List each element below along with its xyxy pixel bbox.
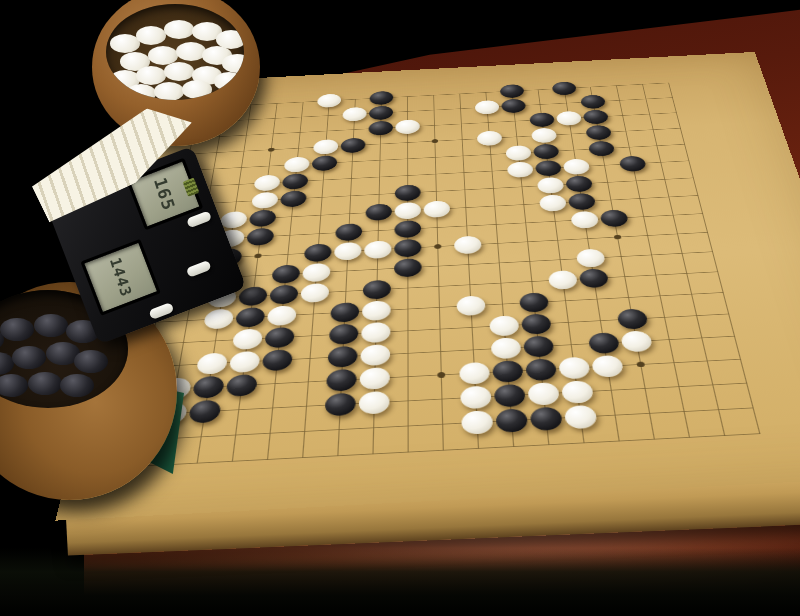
stone-black[interactable] [523, 336, 555, 358]
stone-black[interactable] [529, 112, 555, 127]
bowl-stone-white [154, 82, 184, 100]
stone-white[interactable] [454, 236, 482, 255]
stone-white[interactable] [570, 211, 599, 229]
stone-white[interactable] [563, 159, 591, 176]
bowl-stone-white [126, 84, 156, 100]
stone-black[interactable] [588, 141, 616, 157]
stone-black[interactable] [579, 268, 610, 288]
clock-button[interactable] [186, 260, 212, 278]
stone-white[interactable] [548, 270, 578, 290]
bowl-stone-white [164, 20, 194, 39]
stone-white[interactable] [460, 386, 492, 410]
stone-black[interactable] [327, 346, 357, 368]
stone-black[interactable] [395, 184, 421, 201]
stone-white[interactable] [359, 367, 389, 390]
grid-line [433, 95, 444, 451]
stone-white[interactable] [334, 242, 362, 261]
stone-white[interactable] [300, 283, 329, 303]
stone-black[interactable] [616, 308, 648, 329]
stone-black[interactable] [552, 81, 578, 95]
bowl-stone-white [176, 42, 206, 61]
stone-black[interactable] [225, 374, 258, 397]
stone-white[interactable] [424, 200, 451, 218]
clock-button[interactable] [148, 302, 174, 320]
stone-white[interactable] [561, 380, 594, 404]
stone-black[interactable] [582, 109, 609, 124]
stone-black[interactable] [368, 121, 393, 136]
star-point [432, 139, 438, 143]
stone-black[interactable] [324, 393, 356, 417]
bowl-stone-white [214, 72, 244, 91]
star-point [614, 235, 622, 240]
stone-white[interactable] [395, 119, 419, 134]
stone-white[interactable] [537, 177, 565, 194]
bowl-stone-black [0, 318, 34, 341]
bowl-stone-black [12, 346, 46, 369]
stone-black[interactable] [580, 94, 606, 109]
stone-black[interactable] [262, 349, 293, 371]
stone-white[interactable] [576, 249, 606, 268]
stone-black[interactable] [535, 160, 562, 177]
stone-black[interactable] [192, 376, 225, 399]
stone-black[interactable] [568, 193, 597, 211]
stone-white[interactable] [489, 315, 519, 336]
stone-black[interactable] [304, 243, 332, 262]
stone-black[interactable] [280, 190, 307, 207]
stone-black[interactable] [394, 258, 422, 277]
stone-white[interactable] [527, 382, 560, 406]
stone-white[interactable] [620, 330, 653, 352]
stone-white[interactable] [507, 161, 534, 178]
bowl-stone-white [182, 80, 212, 99]
stone-black[interactable] [533, 144, 560, 160]
bowl-stone-white [136, 26, 166, 45]
stone-black[interactable] [588, 332, 621, 354]
stone-white[interactable] [556, 111, 582, 126]
bowl-stone-black [60, 374, 94, 397]
clock-time-top: 165 [150, 175, 179, 213]
stone-black[interactable] [369, 105, 393, 120]
stone-black[interactable] [311, 155, 337, 171]
stone-white[interactable] [302, 263, 331, 282]
stone-black[interactable] [494, 384, 526, 408]
stone-white[interactable] [591, 355, 624, 378]
stone-white[interactable] [229, 351, 261, 373]
stone-white[interactable] [362, 300, 391, 321]
bowl-stone-black [34, 314, 68, 337]
stone-white[interactable] [253, 175, 280, 192]
stone-black[interactable] [501, 99, 526, 114]
stone-white[interactable] [361, 322, 390, 343]
stone-white[interactable] [564, 405, 598, 430]
stone-white[interactable] [491, 337, 522, 359]
stone-black[interactable] [282, 173, 309, 190]
stone-white[interactable] [459, 362, 490, 385]
stone-white[interactable] [196, 352, 229, 374]
stone-black[interactable] [599, 209, 629, 227]
bowl-stone-white [222, 54, 244, 73]
stone-black[interactable] [335, 223, 362, 241]
stone-white[interactable] [395, 202, 421, 220]
stone-black[interactable] [521, 313, 552, 334]
stone-black[interactable] [369, 91, 393, 105]
stone-black[interactable] [585, 125, 612, 141]
scene: 165 1443 [0, 0, 800, 616]
stone-black[interactable] [340, 138, 365, 154]
stone-black[interactable] [565, 175, 593, 192]
stone-black[interactable] [329, 323, 359, 344]
stone-black[interactable] [188, 400, 222, 424]
white-bowl-opening [106, 4, 244, 100]
stone-white[interactable] [267, 305, 297, 326]
stone-white[interactable] [284, 157, 310, 173]
stone-black[interactable] [326, 369, 357, 392]
stone-white[interactable] [364, 240, 391, 259]
star-point [636, 362, 645, 368]
stone-black[interactable] [330, 302, 359, 323]
bowl-stone-white [164, 62, 194, 81]
stone-white[interactable] [477, 130, 503, 146]
stone-white[interactable] [558, 357, 591, 380]
stone-black[interactable] [525, 358, 557, 381]
stone-black[interactable] [363, 280, 391, 300]
stone-black[interactable] [492, 360, 524, 383]
stone-black[interactable] [394, 220, 421, 238]
star-point [434, 244, 441, 249]
stone-white[interactable] [342, 107, 367, 122]
stone-white[interactable] [531, 128, 557, 144]
stone-black[interactable] [619, 156, 647, 172]
bowl-stone-black [28, 372, 62, 395]
stone-black[interactable] [235, 307, 266, 328]
stone-black[interactable] [495, 408, 528, 433]
stone-black[interactable] [500, 84, 525, 98]
stone-white[interactable] [232, 328, 263, 350]
stone-black[interactable] [264, 327, 295, 349]
stone-black[interactable] [365, 203, 392, 221]
stone-white[interactable] [360, 344, 390, 366]
stone-white[interactable] [475, 100, 500, 115]
grid-line [616, 85, 690, 437]
stone-white[interactable] [456, 295, 485, 316]
star-point [437, 372, 445, 378]
stone-white[interactable] [539, 194, 567, 212]
stone-white[interactable] [359, 391, 390, 415]
stone-white[interactable] [313, 139, 339, 155]
stone-black[interactable] [394, 239, 421, 258]
bowl-stone-black [0, 374, 28, 397]
grid-line [642, 84, 725, 436]
stone-black[interactable] [530, 407, 563, 432]
clock-display-bottom: 1443 [80, 239, 161, 316]
star-point [268, 148, 275, 152]
stone-black[interactable] [519, 292, 549, 313]
clock-time-bottom: 1443 [106, 256, 136, 300]
stone-white[interactable] [317, 93, 341, 107]
stone-white[interactable] [461, 410, 493, 435]
stone-white[interactable] [505, 145, 531, 161]
